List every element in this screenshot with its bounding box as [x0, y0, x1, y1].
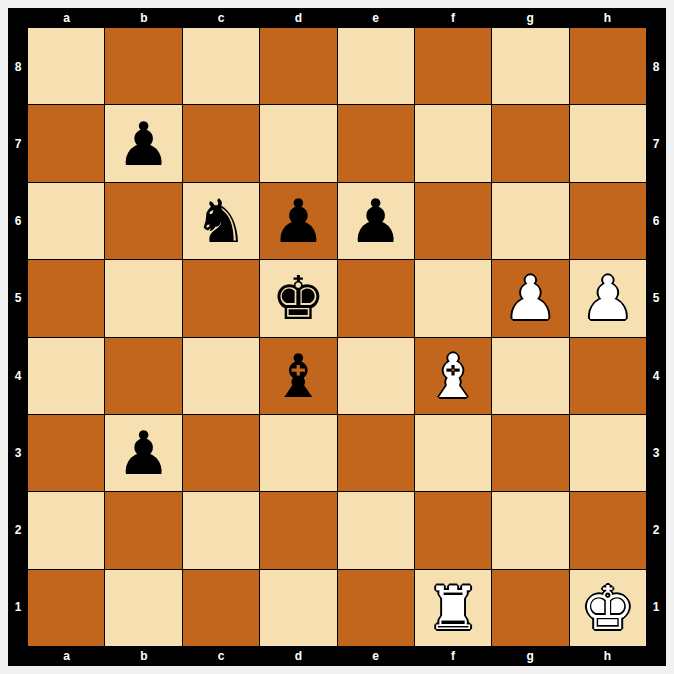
square-c5[interactable]: [183, 260, 259, 336]
rank-label-1: 1: [646, 569, 666, 646]
piece-white-pawn[interactable]: ♟: [504, 268, 558, 328]
square-a7[interactable]: [28, 105, 104, 181]
file-label-e: e: [337, 8, 414, 28]
square-b8[interactable]: [105, 28, 181, 104]
file-label-a: a: [28, 646, 105, 666]
square-c4[interactable]: [183, 338, 259, 414]
square-h8[interactable]: [570, 28, 646, 104]
square-f8[interactable]: [415, 28, 491, 104]
piece-black-pawn[interactable]: ♟: [117, 423, 171, 483]
file-label-g: g: [492, 646, 569, 666]
square-e8[interactable]: [338, 28, 414, 104]
rank-label-2: 2: [646, 492, 666, 569]
square-f1[interactable]: ♜: [415, 570, 491, 646]
file-label-f: f: [414, 646, 491, 666]
square-g8[interactable]: [492, 28, 568, 104]
square-e1[interactable]: [338, 570, 414, 646]
square-g7[interactable]: [492, 105, 568, 181]
file-label-d: d: [260, 8, 337, 28]
rank-label-8: 8: [8, 28, 28, 105]
square-d8[interactable]: [260, 28, 336, 104]
file-label-f: f: [414, 8, 491, 28]
square-g2[interactable]: [492, 492, 568, 568]
rank-labels-left: 87654321: [8, 28, 28, 646]
square-h5[interactable]: ♟: [570, 260, 646, 336]
square-g4[interactable]: [492, 338, 568, 414]
square-c8[interactable]: [183, 28, 259, 104]
square-c1[interactable]: [183, 570, 259, 646]
square-d7[interactable]: [260, 105, 336, 181]
square-d6[interactable]: ♟: [260, 183, 336, 259]
square-h4[interactable]: [570, 338, 646, 414]
square-g1[interactable]: [492, 570, 568, 646]
file-label-e: e: [337, 646, 414, 666]
rank-label-6: 6: [646, 183, 666, 260]
square-b4[interactable]: [105, 338, 181, 414]
piece-white-pawn[interactable]: ♟: [581, 268, 635, 328]
square-g3[interactable]: [492, 415, 568, 491]
square-a2[interactable]: [28, 492, 104, 568]
square-f3[interactable]: [415, 415, 491, 491]
file-label-a: a: [28, 8, 105, 28]
square-f6[interactable]: [415, 183, 491, 259]
rank-label-3: 3: [8, 414, 28, 491]
file-label-c: c: [183, 8, 260, 28]
square-e7[interactable]: [338, 105, 414, 181]
rank-label-5: 5: [8, 260, 28, 337]
file-label-h: h: [569, 8, 646, 28]
piece-black-pawn[interactable]: ♟: [271, 191, 325, 251]
rank-label-4: 4: [646, 337, 666, 414]
rank-label-4: 4: [8, 337, 28, 414]
square-a5[interactable]: [28, 260, 104, 336]
rank-label-6: 6: [8, 183, 28, 260]
file-label-c: c: [183, 646, 260, 666]
piece-black-pawn[interactable]: ♟: [349, 191, 403, 251]
square-a3[interactable]: [28, 415, 104, 491]
square-g5[interactable]: ♟: [492, 260, 568, 336]
chess-board: ♟♞♟♟♚♟♟♝♝♟♜♚: [28, 28, 646, 646]
square-b3[interactable]: ♟: [105, 415, 181, 491]
page-background: abcdefgh 87654321 ♟♞♟♟♚♟♟♝♝♟♜♚ 87654321 …: [0, 0, 674, 674]
square-d1[interactable]: [260, 570, 336, 646]
square-d5[interactable]: ♚: [260, 260, 336, 336]
square-e6[interactable]: ♟: [338, 183, 414, 259]
rank-label-2: 2: [8, 492, 28, 569]
square-d4[interactable]: ♝: [260, 338, 336, 414]
rank-label-7: 7: [8, 105, 28, 182]
square-f7[interactable]: [415, 105, 491, 181]
square-e4[interactable]: [338, 338, 414, 414]
rank-labels-right: 87654321: [646, 28, 666, 646]
chess-board-frame: abcdefgh 87654321 ♟♞♟♟♚♟♟♝♝♟♜♚ 87654321 …: [8, 8, 666, 666]
file-label-g: g: [492, 8, 569, 28]
piece-white-rook[interactable]: ♜: [426, 578, 480, 638]
square-b7[interactable]: ♟: [105, 105, 181, 181]
file-label-b: b: [105, 646, 182, 666]
square-c3[interactable]: [183, 415, 259, 491]
square-c2[interactable]: [183, 492, 259, 568]
file-label-h: h: [569, 646, 646, 666]
square-h6[interactable]: [570, 183, 646, 259]
square-e2[interactable]: [338, 492, 414, 568]
square-h7[interactable]: [570, 105, 646, 181]
piece-white-king[interactable]: ♚: [581, 578, 635, 638]
square-a1[interactable]: [28, 570, 104, 646]
file-labels-bottom: abcdefgh: [28, 646, 646, 666]
square-c7[interactable]: [183, 105, 259, 181]
square-c6[interactable]: ♞: [183, 183, 259, 259]
square-a8[interactable]: [28, 28, 104, 104]
square-e3[interactable]: [338, 415, 414, 491]
rank-label-3: 3: [646, 414, 666, 491]
file-labels-top: abcdefgh: [28, 8, 646, 28]
square-b6[interactable]: [105, 183, 181, 259]
piece-black-bishop[interactable]: ♝: [271, 346, 325, 406]
square-h2[interactable]: [570, 492, 646, 568]
square-b2[interactable]: [105, 492, 181, 568]
square-g6[interactable]: [492, 183, 568, 259]
square-b1[interactable]: [105, 570, 181, 646]
square-d3[interactable]: [260, 415, 336, 491]
square-h1[interactable]: ♚: [570, 570, 646, 646]
square-a6[interactable]: [28, 183, 104, 259]
file-label-d: d: [260, 646, 337, 666]
rank-label-7: 7: [646, 105, 666, 182]
piece-black-pawn[interactable]: ♟: [117, 114, 171, 174]
piece-white-bishop[interactable]: ♝: [426, 346, 480, 406]
file-label-b: b: [105, 8, 182, 28]
square-a4[interactable]: [28, 338, 104, 414]
square-e5[interactable]: [338, 260, 414, 336]
rank-label-8: 8: [646, 28, 666, 105]
piece-black-knight[interactable]: ♞: [194, 191, 248, 251]
square-f5[interactable]: [415, 260, 491, 336]
square-d2[interactable]: [260, 492, 336, 568]
square-f2[interactable]: [415, 492, 491, 568]
square-h3[interactable]: [570, 415, 646, 491]
piece-black-king[interactable]: ♚: [271, 268, 325, 328]
rank-label-5: 5: [646, 260, 666, 337]
square-b5[interactable]: [105, 260, 181, 336]
rank-label-1: 1: [8, 569, 28, 646]
square-f4[interactable]: ♝: [415, 338, 491, 414]
